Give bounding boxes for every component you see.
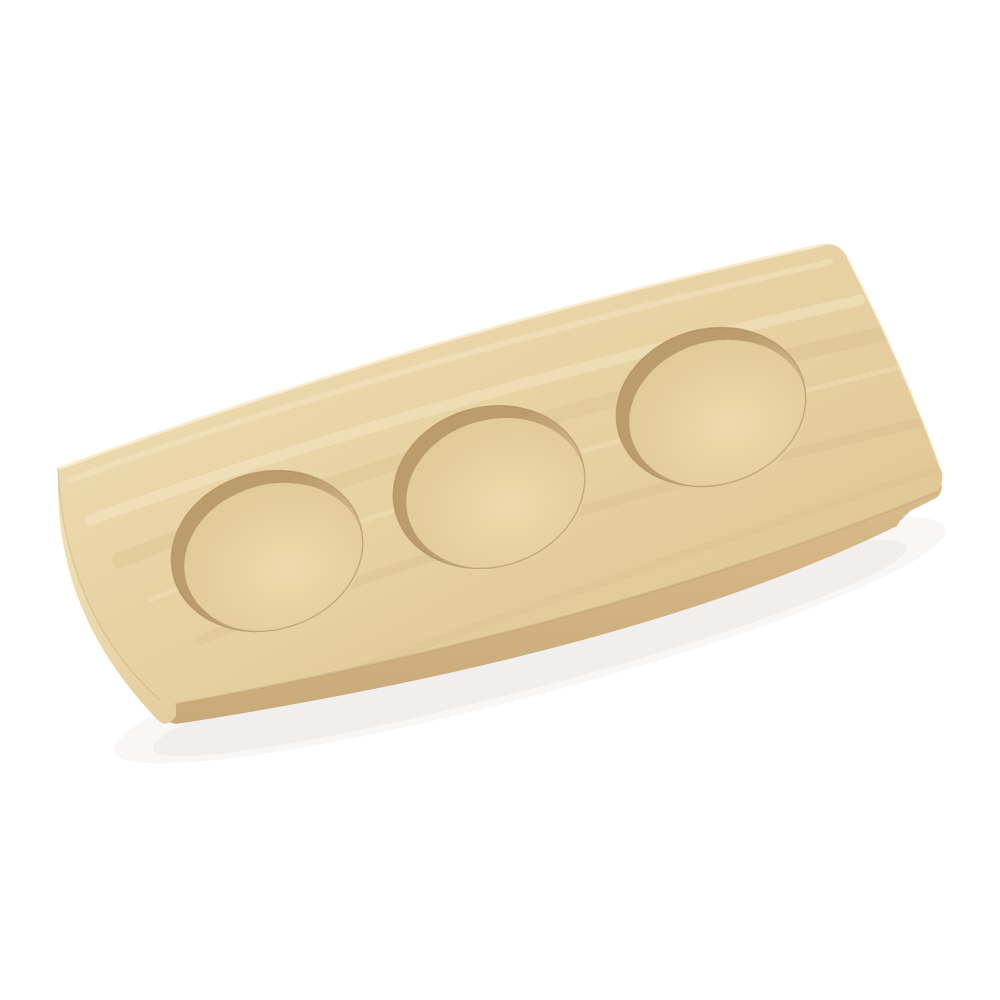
product-photo: Light natural wood rectangular tray with…: [0, 0, 1000, 1000]
wooden-tray-illustration: [0, 0, 1000, 1000]
